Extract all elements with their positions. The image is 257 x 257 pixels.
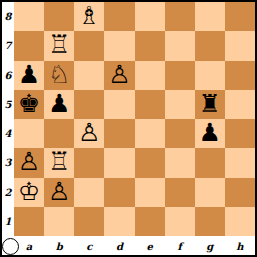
- square-b3[interactable]: ♖: [44, 148, 74, 177]
- piece-black-rook: ♜: [199, 91, 221, 116]
- piece-black-pawn: ♟: [48, 91, 70, 116]
- square-d2[interactable]: [104, 178, 134, 207]
- square-h8[interactable]: [225, 2, 255, 31]
- file-label-g: g: [195, 236, 225, 255]
- file-label-h: h: [225, 236, 255, 255]
- chess-board: 8♗7♖6♟♘♙5♚♟♜4♙♟3♙♖2♔♙1abcdefgh: [2, 2, 255, 255]
- square-g1[interactable]: [195, 207, 225, 236]
- square-b6[interactable]: ♘: [44, 61, 74, 90]
- square-e1[interactable]: [135, 207, 165, 236]
- square-a6[interactable]: ♟: [14, 61, 44, 90]
- square-a5[interactable]: ♚: [14, 90, 44, 119]
- square-a2[interactable]: ♔: [14, 178, 44, 207]
- square-e4[interactable]: [135, 119, 165, 148]
- square-b8[interactable]: [44, 2, 74, 31]
- rank-label-6: 6: [2, 61, 14, 90]
- square-c8[interactable]: ♗: [74, 2, 104, 31]
- square-g4[interactable]: ♟: [195, 119, 225, 148]
- square-f8[interactable]: [165, 2, 195, 31]
- file-label-b: b: [44, 236, 74, 255]
- square-f5[interactable]: [165, 90, 195, 119]
- square-h5[interactable]: [225, 90, 255, 119]
- square-d4[interactable]: [104, 119, 134, 148]
- square-g2[interactable]: [195, 178, 225, 207]
- piece-white-rook: ♖: [48, 32, 70, 57]
- piece-black-pawn: ♟: [18, 62, 40, 87]
- square-e3[interactable]: [135, 148, 165, 177]
- square-h3[interactable]: [225, 148, 255, 177]
- file-label-c: c: [74, 236, 104, 255]
- rank-label-1: 1: [2, 207, 14, 236]
- square-h7[interactable]: [225, 31, 255, 60]
- square-c1[interactable]: [74, 207, 104, 236]
- square-b4[interactable]: [44, 119, 74, 148]
- square-c7[interactable]: [74, 31, 104, 60]
- rank-label-3: 3: [2, 148, 14, 177]
- piece-white-pawn: ♙: [108, 62, 130, 87]
- square-a3[interactable]: ♙: [14, 148, 44, 177]
- square-a7[interactable]: [14, 31, 44, 60]
- square-h2[interactable]: [225, 178, 255, 207]
- square-a4[interactable]: [14, 119, 44, 148]
- square-g8[interactable]: [195, 2, 225, 31]
- square-b2[interactable]: ♙: [44, 178, 74, 207]
- square-b5[interactable]: ♟: [44, 90, 74, 119]
- piece-black-king: ♚: [18, 91, 40, 116]
- chess-diagram: 8♗7♖6♟♘♙5♚♟♜4♙♟3♙♖2♔♙1abcdefgh: [0, 0, 257, 257]
- square-d1[interactable]: [104, 207, 134, 236]
- square-f4[interactable]: [165, 119, 195, 148]
- square-g7[interactable]: [195, 31, 225, 60]
- square-e8[interactable]: [135, 2, 165, 31]
- rank-label-4: 4: [2, 119, 14, 148]
- piece-white-bishop: ♗: [78, 3, 100, 28]
- rank-label-5: 5: [2, 90, 14, 119]
- square-d7[interactable]: [104, 31, 134, 60]
- rank-label-8: 8: [2, 2, 14, 31]
- square-b7[interactable]: ♖: [44, 31, 74, 60]
- square-f6[interactable]: [165, 61, 195, 90]
- file-label-f: f: [165, 236, 195, 255]
- piece-white-pawn: ♙: [18, 149, 40, 174]
- square-b1[interactable]: [44, 207, 74, 236]
- square-c2[interactable]: [74, 178, 104, 207]
- piece-white-king: ♔: [18, 179, 40, 204]
- square-f1[interactable]: [165, 207, 195, 236]
- rank-label-7: 7: [2, 31, 14, 60]
- square-d3[interactable]: [104, 148, 134, 177]
- rank-label-2: 2: [2, 178, 14, 207]
- square-g3[interactable]: [195, 148, 225, 177]
- square-e6[interactable]: [135, 61, 165, 90]
- square-h4[interactable]: [225, 119, 255, 148]
- square-a8[interactable]: [14, 2, 44, 31]
- square-d6[interactable]: ♙: [104, 61, 134, 90]
- piece-white-pawn: ♙: [48, 179, 70, 204]
- square-g6[interactable]: [195, 61, 225, 90]
- piece-black-pawn: ♟: [199, 120, 221, 145]
- square-a1[interactable]: [14, 207, 44, 236]
- square-g5[interactable]: ♜: [195, 90, 225, 119]
- square-f2[interactable]: [165, 178, 195, 207]
- square-d5[interactable]: [104, 90, 134, 119]
- white-to-move-indicator: [2, 238, 19, 255]
- square-h1[interactable]: [225, 207, 255, 236]
- piece-white-knight: ♘: [48, 62, 70, 87]
- square-c3[interactable]: [74, 148, 104, 177]
- square-f3[interactable]: [165, 148, 195, 177]
- square-c6[interactable]: [74, 61, 104, 90]
- square-c4[interactable]: ♙: [74, 119, 104, 148]
- square-f7[interactable]: [165, 31, 195, 60]
- square-e7[interactable]: [135, 31, 165, 60]
- square-d8[interactable]: [104, 2, 134, 31]
- file-label-e: e: [135, 236, 165, 255]
- square-h6[interactable]: [225, 61, 255, 90]
- square-e2[interactable]: [135, 178, 165, 207]
- square-c5[interactable]: [74, 90, 104, 119]
- piece-white-rook: ♖: [48, 149, 70, 174]
- file-label-d: d: [104, 236, 134, 255]
- square-e5[interactable]: [135, 90, 165, 119]
- piece-white-pawn: ♙: [78, 120, 100, 145]
